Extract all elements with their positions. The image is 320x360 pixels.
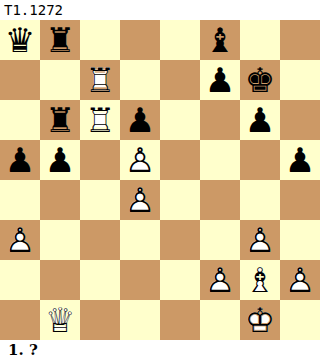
square-d8[interactable] <box>120 20 160 60</box>
piece-outline: ♙ <box>120 180 160 220</box>
piece-black-king: ♚ <box>240 60 280 100</box>
puzzle-header: T1.1272 <box>0 0 320 20</box>
piece-outline: ♙ <box>280 260 320 300</box>
piece-outline: ♗ <box>240 260 280 300</box>
chess-board: ♛♜♝♜♖♟♚♜♜♖♟♟♟♟♟♙♟♟♙♟♙♟♙♟♙♝♗♟♙♛♕♚♔ <box>0 20 320 340</box>
piece-white-pawn: ♟♙ <box>280 260 320 300</box>
square-h8[interactable] <box>280 20 320 60</box>
square-e2[interactable] <box>160 260 200 300</box>
square-c6[interactable]: ♜♖ <box>80 100 120 140</box>
square-e1[interactable] <box>160 300 200 340</box>
square-b4[interactable] <box>40 180 80 220</box>
puzzle-page: T1.1272 ♛♜♝♜♖♟♚♜♜♖♟♟♟♟♟♙♟♟♙♟♙♟♙♟♙♝♗♟♙♛♕♚… <box>0 0 320 360</box>
square-d5[interactable]: ♟♙ <box>120 140 160 180</box>
piece-black-rook: ♜ <box>40 100 80 140</box>
square-f6[interactable] <box>200 100 240 140</box>
piece-black-pawn: ♟ <box>200 60 240 100</box>
square-b2[interactable] <box>40 260 80 300</box>
piece-outline: ♕ <box>40 300 80 340</box>
square-g6[interactable]: ♟ <box>240 100 280 140</box>
move-prompt: 1. ? <box>8 340 38 360</box>
square-a1[interactable] <box>0 300 40 340</box>
square-f4[interactable] <box>200 180 240 220</box>
square-a7[interactable] <box>0 60 40 100</box>
puzzle-footer: 1. ? <box>0 340 320 360</box>
piece-black-pawn: ♟ <box>40 140 80 180</box>
piece-outline: ♖ <box>80 60 120 100</box>
square-a6[interactable] <box>0 100 40 140</box>
square-c5[interactable] <box>80 140 120 180</box>
square-c2[interactable] <box>80 260 120 300</box>
square-b5[interactable]: ♟ <box>40 140 80 180</box>
piece-white-rook: ♜♖ <box>80 60 120 100</box>
piece-outline: ♙ <box>200 260 240 300</box>
piece-white-queen: ♛♕ <box>40 300 80 340</box>
piece-white-rook: ♜♖ <box>80 100 120 140</box>
square-h5[interactable]: ♟ <box>280 140 320 180</box>
square-a3[interactable]: ♟♙ <box>0 220 40 260</box>
piece-black-pawn: ♟ <box>120 100 160 140</box>
piece-white-pawn: ♟♙ <box>0 220 40 260</box>
square-h6[interactable] <box>280 100 320 140</box>
square-c4[interactable] <box>80 180 120 220</box>
square-h1[interactable] <box>280 300 320 340</box>
square-d6[interactable]: ♟ <box>120 100 160 140</box>
piece-outline: ♖ <box>80 100 120 140</box>
square-g8[interactable] <box>240 20 280 60</box>
square-f2[interactable]: ♟♙ <box>200 260 240 300</box>
piece-outline: ♙ <box>240 220 280 260</box>
puzzle-title: T1.1272 <box>4 0 63 20</box>
square-b6[interactable]: ♜ <box>40 100 80 140</box>
piece-white-pawn: ♟♙ <box>200 260 240 300</box>
square-f8[interactable]: ♝ <box>200 20 240 60</box>
square-c7[interactable]: ♜♖ <box>80 60 120 100</box>
piece-white-pawn: ♟♙ <box>120 140 160 180</box>
square-a8[interactable]: ♛ <box>0 20 40 60</box>
piece-black-bishop: ♝ <box>200 20 240 60</box>
piece-black-rook: ♜ <box>40 20 80 60</box>
piece-white-pawn: ♟♙ <box>120 180 160 220</box>
piece-black-pawn: ♟ <box>0 140 40 180</box>
square-f7[interactable]: ♟ <box>200 60 240 100</box>
piece-outline: ♔ <box>240 300 280 340</box>
square-b8[interactable]: ♜ <box>40 20 80 60</box>
square-b1[interactable]: ♛♕ <box>40 300 80 340</box>
square-h3[interactable] <box>280 220 320 260</box>
square-c1[interactable] <box>80 300 120 340</box>
square-a4[interactable] <box>0 180 40 220</box>
square-e6[interactable] <box>160 100 200 140</box>
piece-outline: ♙ <box>0 220 40 260</box>
square-g4[interactable] <box>240 180 280 220</box>
square-g2[interactable]: ♝♗ <box>240 260 280 300</box>
piece-white-bishop: ♝♗ <box>240 260 280 300</box>
square-f1[interactable] <box>200 300 240 340</box>
square-e7[interactable] <box>160 60 200 100</box>
square-a2[interactable] <box>0 260 40 300</box>
square-b3[interactable] <box>40 220 80 260</box>
piece-black-pawn: ♟ <box>240 100 280 140</box>
piece-black-pawn: ♟ <box>280 140 320 180</box>
piece-black-queen: ♛ <box>0 20 40 60</box>
square-h4[interactable] <box>280 180 320 220</box>
square-g3[interactable]: ♟♙ <box>240 220 280 260</box>
square-g5[interactable] <box>240 140 280 180</box>
square-e5[interactable] <box>160 140 200 180</box>
square-a5[interactable]: ♟ <box>0 140 40 180</box>
square-h7[interactable] <box>280 60 320 100</box>
piece-outline: ♙ <box>120 140 160 180</box>
square-d4[interactable]: ♟♙ <box>120 180 160 220</box>
square-f5[interactable] <box>200 140 240 180</box>
square-e4[interactable] <box>160 180 200 220</box>
square-e3[interactable] <box>160 220 200 260</box>
square-g7[interactable]: ♚ <box>240 60 280 100</box>
square-d1[interactable] <box>120 300 160 340</box>
square-c3[interactable] <box>80 220 120 260</box>
piece-white-king: ♚♔ <box>240 300 280 340</box>
square-h2[interactable]: ♟♙ <box>280 260 320 300</box>
square-d2[interactable] <box>120 260 160 300</box>
piece-white-pawn: ♟♙ <box>240 220 280 260</box>
square-d7[interactable] <box>120 60 160 100</box>
square-d3[interactable] <box>120 220 160 260</box>
square-e8[interactable] <box>160 20 200 60</box>
square-f3[interactable] <box>200 220 240 260</box>
square-g1[interactable]: ♚♔ <box>240 300 280 340</box>
square-c8[interactable] <box>80 20 120 60</box>
square-b7[interactable] <box>40 60 80 100</box>
